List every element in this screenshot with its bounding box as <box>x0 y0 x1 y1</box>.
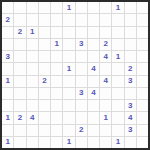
cell-r8c9[interactable] <box>112 100 123 111</box>
cell-r7c10[interactable] <box>125 88 136 99</box>
cell-r6c0: 1 <box>2 76 13 87</box>
cell-r5c8[interactable] <box>100 63 111 74</box>
cell-r4c6[interactable] <box>76 51 87 62</box>
cell-r11c9: 1 <box>112 137 123 148</box>
cell-r4c2[interactable] <box>27 51 38 62</box>
cell-r3c4: 1 <box>51 39 62 50</box>
cell-r1c6[interactable] <box>76 14 87 25</box>
cell-r11c7[interactable] <box>88 137 99 148</box>
cell-r1c5[interactable] <box>63 14 74 25</box>
cell-r10c9[interactable] <box>112 125 123 136</box>
cell-r0c10[interactable] <box>125 2 136 13</box>
cell-r2c8[interactable] <box>100 27 111 38</box>
cell-r3c11[interactable] <box>137 39 148 50</box>
cell-r2c7[interactable] <box>88 27 99 38</box>
cell-r1c9[interactable] <box>112 14 123 25</box>
cell-r7c4[interactable] <box>51 88 62 99</box>
cell-r1c7[interactable] <box>88 14 99 25</box>
cell-r8c8[interactable] <box>100 100 111 111</box>
cell-r9c7[interactable] <box>88 112 99 123</box>
cell-r5c1[interactable] <box>14 63 25 74</box>
cell-r7c8[interactable] <box>100 88 111 99</box>
cell-r1c1[interactable] <box>14 14 25 25</box>
cell-r9c0: 1 <box>2 112 13 123</box>
cell-r5c3[interactable] <box>39 63 50 74</box>
cell-r1c0: 2 <box>2 14 13 25</box>
cell-r0c5: 1 <box>63 2 74 13</box>
cell-r2c10[interactable] <box>125 27 136 38</box>
cell-r6c7[interactable] <box>88 76 99 87</box>
cell-r3c3[interactable] <box>39 39 50 50</box>
cell-r11c1[interactable] <box>14 137 25 148</box>
cell-r0c11[interactable] <box>137 2 148 13</box>
cell-r10c11[interactable] <box>137 125 148 136</box>
cell-r8c0[interactable] <box>2 100 13 111</box>
cell-r0c2[interactable] <box>27 2 38 13</box>
cell-r10c1[interactable] <box>14 125 25 136</box>
cell-r0c7[interactable] <box>88 2 99 13</box>
cell-r0c3[interactable] <box>39 2 50 13</box>
cell-r8c10: 3 <box>125 100 136 111</box>
cell-r7c6: 3 <box>76 88 87 99</box>
puzzle-board: 1122113234114212433431241423111 <box>0 0 150 150</box>
cell-r5c11[interactable] <box>137 63 148 74</box>
cell-r0c4[interactable] <box>51 2 62 13</box>
cell-r9c4[interactable] <box>51 112 62 123</box>
cell-r7c0[interactable] <box>2 88 13 99</box>
cell-r6c6[interactable] <box>76 76 87 87</box>
cell-r1c2[interactable] <box>27 14 38 25</box>
cell-r1c4[interactable] <box>51 14 62 25</box>
cell-r10c3[interactable] <box>39 125 50 136</box>
cell-r9c9[interactable] <box>112 112 123 123</box>
cell-r9c5[interactable] <box>63 112 74 123</box>
cell-r6c11[interactable] <box>137 76 148 87</box>
cell-r5c0[interactable] <box>2 63 13 74</box>
cell-r8c4[interactable] <box>51 100 62 111</box>
cell-r4c9: 1 <box>112 51 123 62</box>
cell-r5c10: 2 <box>125 63 136 74</box>
cell-r10c8[interactable] <box>100 125 111 136</box>
cell-r3c5[interactable] <box>63 39 74 50</box>
cell-r7c7: 4 <box>88 88 99 99</box>
cell-r0c9: 1 <box>112 2 123 13</box>
cell-r6c2[interactable] <box>27 76 38 87</box>
cell-r4c11[interactable] <box>137 51 148 62</box>
cell-r3c10[interactable] <box>125 39 136 50</box>
cell-r9c3[interactable] <box>39 112 50 123</box>
cell-r9c6[interactable] <box>76 112 87 123</box>
cell-r10c4[interactable] <box>51 125 62 136</box>
cell-r10c5[interactable] <box>63 125 74 136</box>
cell-r0c1[interactable] <box>14 2 25 13</box>
cell-r8c11[interactable] <box>137 100 148 111</box>
cell-r7c3[interactable] <box>39 88 50 99</box>
cell-r8c5[interactable] <box>63 100 74 111</box>
cell-r3c7[interactable] <box>88 39 99 50</box>
cell-r5c4[interactable] <box>51 63 62 74</box>
cell-r5c9[interactable] <box>112 63 123 74</box>
cell-r10c2[interactable] <box>27 125 38 136</box>
cell-r2c9[interactable] <box>112 27 123 38</box>
cell-r5c5: 1 <box>63 63 74 74</box>
cell-r6c4[interactable] <box>51 76 62 87</box>
cell-r6c3: 2 <box>39 76 50 87</box>
cell-r5c7: 4 <box>88 63 99 74</box>
cell-r1c10[interactable] <box>125 14 136 25</box>
cell-r11c2[interactable] <box>27 137 38 148</box>
cell-r8c6[interactable] <box>76 100 87 111</box>
cell-r11c0: 1 <box>2 137 13 148</box>
cell-r3c2[interactable] <box>27 39 38 50</box>
cell-r7c11[interactable] <box>137 88 148 99</box>
cell-r9c2: 4 <box>27 112 38 123</box>
cell-r4c8: 4 <box>100 51 111 62</box>
cell-r11c5: 1 <box>63 137 74 148</box>
cell-r7c2[interactable] <box>27 88 38 99</box>
cell-r2c1: 2 <box>14 27 25 38</box>
cell-r2c4[interactable] <box>51 27 62 38</box>
cell-r1c3[interactable] <box>39 14 50 25</box>
cell-r2c6[interactable] <box>76 27 87 38</box>
cell-r11c3[interactable] <box>39 137 50 148</box>
cell-r2c11[interactable] <box>137 27 148 38</box>
cell-r6c1[interactable] <box>14 76 25 87</box>
cell-r6c5[interactable] <box>63 76 74 87</box>
cell-r10c6: 2 <box>76 125 87 136</box>
cell-r5c2[interactable] <box>27 63 38 74</box>
cell-r4c4[interactable] <box>51 51 62 62</box>
cell-r3c0[interactable] <box>2 39 13 50</box>
cell-r8c7[interactable] <box>88 100 99 111</box>
cell-r3c1[interactable] <box>14 39 25 50</box>
cell-r4c10[interactable] <box>125 51 136 62</box>
cell-r3c8: 2 <box>100 39 111 50</box>
cell-r11c4[interactable] <box>51 137 62 148</box>
cell-r2c2: 1 <box>27 27 38 38</box>
cell-r11c11[interactable] <box>137 137 148 148</box>
cell-r7c5[interactable] <box>63 88 74 99</box>
cell-r10c10: 3 <box>125 125 136 136</box>
cell-r3c9[interactable] <box>112 39 123 50</box>
cell-r1c11[interactable] <box>137 14 148 25</box>
cell-r9c1: 2 <box>14 112 25 123</box>
cell-r11c6[interactable] <box>76 137 87 148</box>
cell-r11c10[interactable] <box>125 137 136 148</box>
cell-r2c3[interactable] <box>39 27 50 38</box>
cell-r8c1[interactable] <box>14 100 25 111</box>
cell-r4c5[interactable] <box>63 51 74 62</box>
cell-r8c3[interactable] <box>39 100 50 111</box>
cell-r1c8[interactable] <box>100 14 111 25</box>
cell-r7c9[interactable] <box>112 88 123 99</box>
cell-r10c7[interactable] <box>88 125 99 136</box>
cell-r11c8[interactable] <box>100 137 111 148</box>
cell-r0c6[interactable] <box>76 2 87 13</box>
cell-r10c0[interactable] <box>2 125 13 136</box>
cell-r0c8[interactable] <box>100 2 111 13</box>
cell-r6c8: 4 <box>100 76 111 87</box>
cell-r4c3[interactable] <box>39 51 50 62</box>
cell-r6c9[interactable] <box>112 76 123 87</box>
cell-r2c5[interactable] <box>63 27 74 38</box>
cell-r2c0[interactable] <box>2 27 13 38</box>
cell-r9c8: 1 <box>100 112 111 123</box>
cell-r5c6[interactable] <box>76 63 87 74</box>
cell-r9c10: 4 <box>125 112 136 123</box>
cell-r6c10: 3 <box>125 76 136 87</box>
cell-r4c7[interactable] <box>88 51 99 62</box>
cell-r4c0: 3 <box>2 51 13 62</box>
cell-r0c0[interactable] <box>2 2 13 13</box>
cell-r3c6: 3 <box>76 39 87 50</box>
cell-r9c11[interactable] <box>137 112 148 123</box>
cell-r8c2[interactable] <box>27 100 38 111</box>
cell-r4c1[interactable] <box>14 51 25 62</box>
cell-r7c1[interactable] <box>14 88 25 99</box>
